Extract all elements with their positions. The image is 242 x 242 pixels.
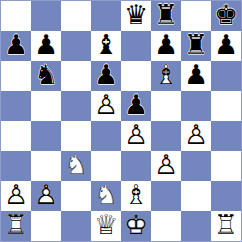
piece-black-king[interactable]: ♚ xyxy=(214,1,238,30)
square-a1[interactable]: ♜♖ xyxy=(1,211,31,241)
square-d1[interactable]: ♛♕ xyxy=(91,211,121,241)
square-h1[interactable]: ♜♖ xyxy=(211,211,241,241)
piece-outline-layer: ♖ xyxy=(214,211,238,240)
square-a2[interactable]: ♟♙ xyxy=(1,181,31,211)
square-h5[interactable] xyxy=(211,91,241,121)
piece-black-queen[interactable]: ♛ xyxy=(124,1,148,30)
square-h8[interactable]: ♚ xyxy=(211,1,241,31)
square-e2[interactable]: ♝♗ xyxy=(121,181,151,211)
square-a3[interactable] xyxy=(1,151,31,181)
square-e7[interactable] xyxy=(121,31,151,61)
square-c7[interactable] xyxy=(61,31,91,61)
square-f2[interactable] xyxy=(151,181,181,211)
square-b5[interactable] xyxy=(31,91,61,121)
piece-black-knight[interactable]: ♞ xyxy=(34,61,58,90)
square-e6[interactable] xyxy=(121,61,151,91)
square-f4[interactable] xyxy=(151,121,181,151)
square-c2[interactable] xyxy=(61,181,91,211)
square-h2[interactable] xyxy=(211,181,241,211)
piece-white-pawn[interactable]: ♟♙ xyxy=(154,151,178,180)
square-d7[interactable]: ♝ xyxy=(91,31,121,61)
piece-white-king[interactable]: ♚♔ xyxy=(124,211,148,240)
piece-outline-layer: ♙ xyxy=(4,181,28,210)
piece-outline-layer: ♘ xyxy=(94,181,118,210)
piece-outline-layer: ♟ xyxy=(34,31,58,60)
square-h7[interactable]: ♟ xyxy=(211,31,241,61)
square-a5[interactable] xyxy=(1,91,31,121)
square-a6[interactable] xyxy=(1,61,31,91)
square-d4[interactable] xyxy=(91,121,121,151)
piece-outline-layer: ♜ xyxy=(154,1,178,30)
square-f5[interactable] xyxy=(151,91,181,121)
square-a7[interactable]: ♟ xyxy=(1,31,31,61)
piece-black-pawn[interactable]: ♟ xyxy=(94,61,118,90)
piece-white-rook[interactable]: ♜♖ xyxy=(4,211,28,240)
piece-outline-layer: ♙ xyxy=(124,121,148,150)
piece-outline-layer: ♟ xyxy=(94,61,118,90)
square-g4[interactable]: ♟♙ xyxy=(181,121,211,151)
piece-white-knight[interactable]: ♞♘ xyxy=(64,151,88,180)
piece-outline-layer: ♟ xyxy=(124,91,148,120)
piece-outline-layer: ♕ xyxy=(94,211,118,240)
piece-black-bishop[interactable]: ♝ xyxy=(94,31,118,60)
square-a4[interactable] xyxy=(1,121,31,151)
square-c5[interactable] xyxy=(61,91,91,121)
square-c4[interactable] xyxy=(61,121,91,151)
square-d2[interactable]: ♞♘ xyxy=(91,181,121,211)
square-d5[interactable]: ♟♙ xyxy=(91,91,121,121)
square-h4[interactable] xyxy=(211,121,241,151)
chess-board: ♛♜♚♟♟♝♟♜♟♞♟♝♗♟♟♙♟♟♙♟♙♞♘♟♙♟♙♟♙♞♘♝♗♜♖♛♕♚♔♜… xyxy=(0,0,242,242)
square-c3[interactable]: ♞♘ xyxy=(61,151,91,181)
piece-white-bishop[interactable]: ♝♗ xyxy=(154,61,178,90)
square-d8[interactable] xyxy=(91,1,121,31)
piece-white-pawn[interactable]: ♟♙ xyxy=(94,91,118,120)
piece-black-rook[interactable]: ♜ xyxy=(154,1,178,30)
square-g8[interactable] xyxy=(181,1,211,31)
square-e3[interactable] xyxy=(121,151,151,181)
piece-white-pawn[interactable]: ♟♙ xyxy=(184,121,208,150)
square-b4[interactable] xyxy=(31,121,61,151)
piece-outline-layer: ♔ xyxy=(124,211,148,240)
piece-black-pawn[interactable]: ♟ xyxy=(4,31,28,60)
square-b8[interactable] xyxy=(31,1,61,31)
piece-black-rook[interactable]: ♜ xyxy=(184,31,208,60)
square-d6[interactable]: ♟ xyxy=(91,61,121,91)
square-f3[interactable]: ♟♙ xyxy=(151,151,181,181)
piece-outline-layer: ♚ xyxy=(214,1,238,30)
square-b2[interactable]: ♟♙ xyxy=(31,181,61,211)
square-f7[interactable]: ♟ xyxy=(151,31,181,61)
square-g7[interactable]: ♜ xyxy=(181,31,211,61)
square-h3[interactable] xyxy=(211,151,241,181)
square-g5[interactable] xyxy=(181,91,211,121)
piece-white-bishop[interactable]: ♝♗ xyxy=(124,181,148,210)
piece-outline-layer: ♙ xyxy=(34,181,58,210)
piece-outline-layer: ♛ xyxy=(124,1,148,30)
square-g1[interactable] xyxy=(181,211,211,241)
piece-outline-layer: ♗ xyxy=(124,181,148,210)
square-b6[interactable]: ♞ xyxy=(31,61,61,91)
square-b7[interactable]: ♟ xyxy=(31,31,61,61)
square-e1[interactable]: ♚♔ xyxy=(121,211,151,241)
piece-outline-layer: ♙ xyxy=(94,91,118,120)
square-e5[interactable]: ♟ xyxy=(121,91,151,121)
piece-black-pawn[interactable]: ♟ xyxy=(214,31,238,60)
square-a8[interactable] xyxy=(1,1,31,31)
piece-white-pawn[interactable]: ♟♙ xyxy=(34,181,58,210)
piece-outline-layer: ♙ xyxy=(184,121,208,150)
piece-outline-layer: ♟ xyxy=(184,61,208,90)
square-c1[interactable] xyxy=(61,211,91,241)
square-g2[interactable] xyxy=(181,181,211,211)
piece-white-rook[interactable]: ♜♖ xyxy=(214,211,238,240)
square-g3[interactable] xyxy=(181,151,211,181)
piece-outline-layer: ♙ xyxy=(154,151,178,180)
piece-white-queen[interactable]: ♛♕ xyxy=(94,211,118,240)
piece-black-pawn[interactable]: ♟ xyxy=(124,91,148,120)
piece-outline-layer: ♘ xyxy=(64,151,88,180)
piece-outline-layer: ♟ xyxy=(154,31,178,60)
square-e4[interactable]: ♟♙ xyxy=(121,121,151,151)
piece-outline-layer: ♞ xyxy=(34,61,58,90)
piece-white-pawn[interactable]: ♟♙ xyxy=(4,181,28,210)
piece-black-pawn[interactable]: ♟ xyxy=(34,31,58,60)
square-f6[interactable]: ♝♗ xyxy=(151,61,181,91)
square-c6[interactable] xyxy=(61,61,91,91)
square-e8[interactable]: ♛ xyxy=(121,1,151,31)
square-b3[interactable] xyxy=(31,151,61,181)
piece-outline-layer: ♟ xyxy=(214,31,238,60)
piece-outline-layer: ♟ xyxy=(4,31,28,60)
piece-outline-layer: ♜ xyxy=(184,31,208,60)
square-f8[interactable]: ♜ xyxy=(151,1,181,31)
square-d3[interactable] xyxy=(91,151,121,181)
square-b1[interactable] xyxy=(31,211,61,241)
square-f1[interactable] xyxy=(151,211,181,241)
piece-outline-layer: ♖ xyxy=(4,211,28,240)
square-g6[interactable]: ♟ xyxy=(181,61,211,91)
square-h6[interactable] xyxy=(211,61,241,91)
piece-white-knight[interactable]: ♞♘ xyxy=(94,181,118,210)
piece-outline-layer: ♝ xyxy=(94,31,118,60)
square-c8[interactable] xyxy=(61,1,91,31)
piece-black-pawn[interactable]: ♟ xyxy=(154,31,178,60)
piece-white-pawn[interactable]: ♟♙ xyxy=(124,121,148,150)
piece-outline-layer: ♗ xyxy=(154,61,178,90)
piece-black-pawn[interactable]: ♟ xyxy=(184,61,208,90)
